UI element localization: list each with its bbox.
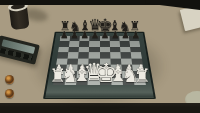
piece-black-pawn-a7[interactable]: ♟ xyxy=(60,29,69,39)
piece-black-pawn-e7[interactable]: ♟ xyxy=(101,29,110,39)
piece-black-pawn-d7[interactable]: ♟ xyxy=(91,29,100,39)
piece-black-pawn-g7[interactable]: ♟ xyxy=(121,29,130,39)
chess-game-scene: ♜♞♝♛♚♝♞♜♟♟♟♟♟♟♟♟♟♟♟♟♟♟♟♟♜♞♝♛♚♝♞♜ xyxy=(0,0,200,113)
piece-black-pawn-b7[interactable]: ♟ xyxy=(70,29,79,39)
pieces-layer: ♜♞♝♛♚♝♞♜♟♟♟♟♟♟♟♟♟♟♟♟♟♟♟♟♜♞♝♛♚♝♞♜ xyxy=(0,0,200,113)
piece-black-pawn-f7[interactable]: ♟ xyxy=(111,29,120,39)
piece-black-pawn-c7[interactable]: ♟ xyxy=(80,29,89,39)
piece-black-pawn-h7[interactable]: ♟ xyxy=(131,29,140,39)
piece-white-rook-h1[interactable]: ♜ xyxy=(134,66,151,84)
